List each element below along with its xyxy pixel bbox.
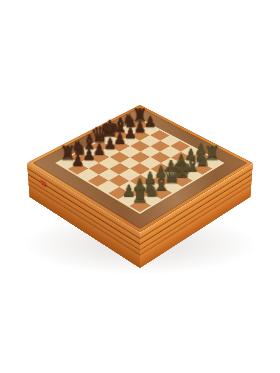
latch-pin [40, 179, 45, 187]
chess-box: ♜♞♝♛♚♝♞♜♟♟♟♟♟♟♟♟♟♟♟♟♟♟♟♟♜♞♝♛♚♝♞♜ [27, 105, 253, 233]
piece-black-pawn[interactable]: ♟ [63, 153, 93, 168]
chess-set-photo: ♜♞♝♛♚♝♞♜♟♟♟♟♟♟♟♟♟♟♟♟♟♟♟♟♜♞♝♛♚♝♞♜ [0, 0, 280, 373]
piece-white-rook[interactable]: ♜ [124, 185, 156, 205]
